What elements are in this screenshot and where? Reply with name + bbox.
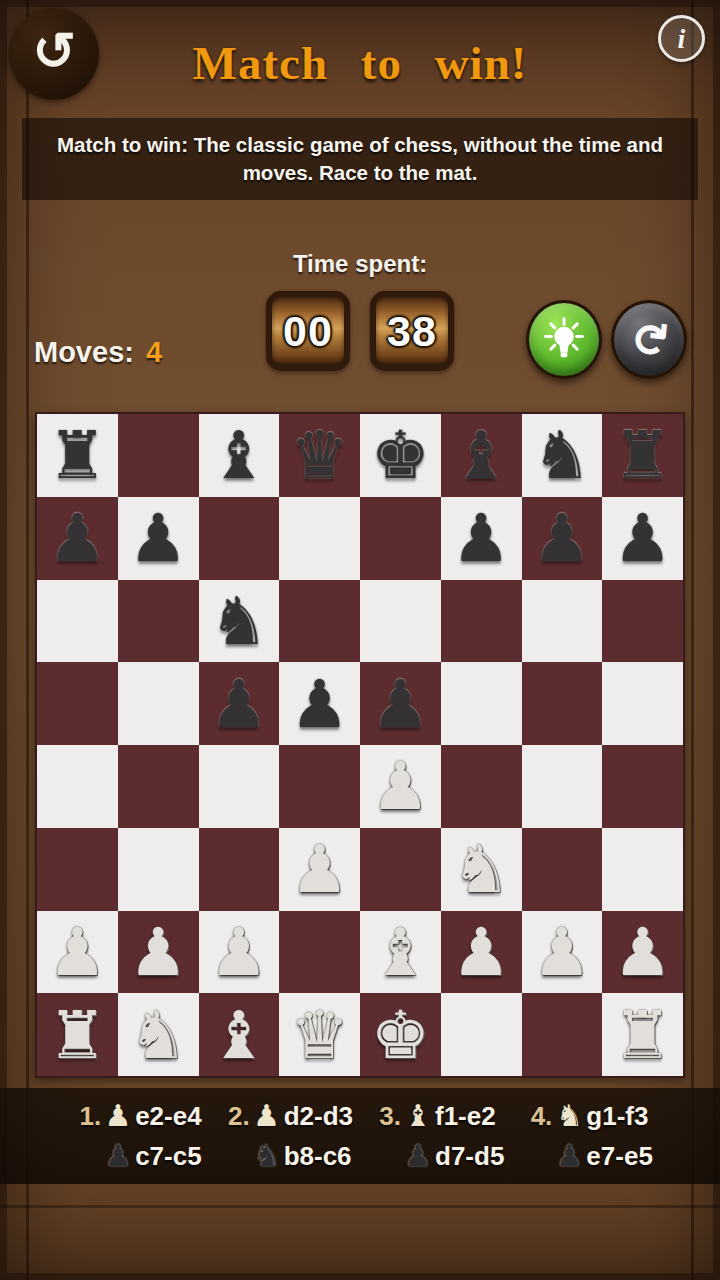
app-screen: ↺ Match to win! i Match to win: The clas… <box>0 0 720 1280</box>
move-pair-1: 1.♟e2-e4♟c7-c5 <box>67 1096 202 1176</box>
seconds-value: 38 <box>387 307 437 356</box>
moves-label: Moves: <box>34 336 134 368</box>
square-c1[interactable]: ♝ <box>199 993 280 1076</box>
black-pawn[interactable]: ♟ <box>129 505 188 571</box>
square-c4[interactable] <box>199 745 280 828</box>
move-number: 2. <box>216 1101 250 1132</box>
square-f6[interactable] <box>441 580 522 663</box>
white-move-row: 1.♟e2-e4 <box>67 1096 202 1136</box>
square-f4[interactable] <box>441 745 522 828</box>
move-pair-2: 2.♟d2-d3♞b8-c6 <box>216 1096 353 1176</box>
black-pawn[interactable]: ♟ <box>48 505 107 571</box>
square-b3[interactable] <box>118 828 199 911</box>
square-d2[interactable] <box>279 911 360 994</box>
square-g7[interactable]: ♟ <box>522 497 603 580</box>
square-f7[interactable]: ♟ <box>441 497 522 580</box>
square-c2[interactable]: ♟ <box>199 911 280 994</box>
white-rook[interactable]: ♜ <box>48 1002 107 1068</box>
white-pawn[interactable]: ♟ <box>613 919 672 985</box>
white-pawn-icon: ♟ <box>250 1101 284 1131</box>
white-bishop[interactable]: ♝ <box>209 1002 268 1068</box>
square-c7[interactable] <box>199 497 280 580</box>
black-knight-icon: ♞ <box>250 1141 284 1171</box>
square-h5[interactable] <box>602 662 683 745</box>
square-h2[interactable]: ♟ <box>602 911 683 994</box>
white-queen[interactable]: ♛ <box>290 1002 349 1068</box>
square-d8[interactable]: ♛ <box>279 414 360 497</box>
white-pawn[interactable]: ♟ <box>532 919 591 985</box>
black-king[interactable]: ♚ <box>371 422 430 488</box>
square-c5[interactable]: ♟ <box>199 662 280 745</box>
white-pawn[interactable]: ♟ <box>452 919 511 985</box>
white-knight[interactable]: ♞ <box>452 836 511 902</box>
white-king[interactable]: ♚ <box>371 1002 430 1068</box>
square-e5[interactable]: ♟ <box>360 662 441 745</box>
square-h6[interactable] <box>602 580 683 663</box>
move-list: 1.♟e2-e4♟c7-c52.♟d2-d3♞b8-c63.♝f1-e2♟d7-… <box>0 1088 720 1184</box>
white-move-text: f1-e2 <box>435 1101 496 1132</box>
black-pawn-icon: ♟ <box>401 1141 435 1171</box>
square-e3[interactable] <box>360 828 441 911</box>
square-a6[interactable] <box>37 580 118 663</box>
white-knight[interactable]: ♞ <box>129 1002 188 1068</box>
square-e8[interactable]: ♚ <box>360 414 441 497</box>
square-e4[interactable]: ♟ <box>360 745 441 828</box>
chess-board-frame: ♜♝♛♚♝♞♜♟♟♟♟♟♞♟♟♟♟♟♞♟♟♟♝♟♟♟♜♞♝♛♚♜ <box>35 412 685 1078</box>
black-pawn[interactable]: ♟ <box>290 671 349 737</box>
black-rook[interactable]: ♜ <box>613 422 672 488</box>
square-d7[interactable] <box>279 497 360 580</box>
black-bishop[interactable]: ♝ <box>209 422 268 488</box>
black-pawn[interactable]: ♟ <box>371 671 430 737</box>
white-rook[interactable]: ♜ <box>613 1002 672 1068</box>
white-pawn[interactable]: ♟ <box>371 753 430 819</box>
black-pawn[interactable]: ♟ <box>532 505 591 571</box>
black-rook[interactable]: ♜ <box>48 422 107 488</box>
square-a7[interactable]: ♟ <box>37 497 118 580</box>
black-move-row: ♟e7-e5 <box>552 1136 653 1176</box>
square-e7[interactable] <box>360 497 441 580</box>
black-move-text: d7-d5 <box>435 1141 504 1172</box>
restart-button[interactable]: ↻ <box>611 300 687 379</box>
white-move-row: 4.♞g1-f3 <box>518 1096 653 1136</box>
white-move-row: 2.♟d2-d3 <box>216 1096 353 1136</box>
black-knight[interactable]: ♞ <box>209 588 268 654</box>
move-number: 4. <box>518 1101 552 1132</box>
white-pawn-icon: ♟ <box>101 1101 135 1131</box>
square-g5[interactable] <box>522 662 603 745</box>
square-a1[interactable]: ♜ <box>37 993 118 1076</box>
white-pawn[interactable]: ♟ <box>129 919 188 985</box>
black-pawn-icon: ♟ <box>101 1141 135 1171</box>
square-b1[interactable]: ♞ <box>118 993 199 1076</box>
square-h8[interactable]: ♜ <box>602 414 683 497</box>
lightbulb-icon <box>541 317 587 363</box>
square-g4[interactable] <box>522 745 603 828</box>
square-a2[interactable]: ♟ <box>37 911 118 994</box>
square-d6[interactable] <box>279 580 360 663</box>
square-b6[interactable] <box>118 580 199 663</box>
square-c8[interactable]: ♝ <box>199 414 280 497</box>
move-number: 3. <box>367 1101 401 1132</box>
square-c3[interactable] <box>199 828 280 911</box>
minutes-counter: 00 <box>266 291 350 371</box>
info-icon: i <box>678 25 686 53</box>
move-number: 1. <box>67 1101 101 1132</box>
square-b5[interactable] <box>118 662 199 745</box>
square-d5[interactable]: ♟ <box>279 662 360 745</box>
chess-board[interactable]: ♜♝♛♚♝♞♜♟♟♟♟♟♞♟♟♟♟♟♞♟♟♟♝♟♟♟♜♞♝♛♚♜ <box>37 414 683 1076</box>
white-move-row: 3.♝f1-e2 <box>367 1096 504 1136</box>
square-g6[interactable] <box>522 580 603 663</box>
square-g1[interactable] <box>522 993 603 1076</box>
page-title: Match to win! <box>105 36 615 90</box>
black-move-row: ♞b8-c6 <box>250 1136 353 1176</box>
black-move-text: e7-e5 <box>586 1141 653 1172</box>
move-pair-3: 3.♝f1-e2♟d7-d5 <box>367 1096 504 1176</box>
black-pawn[interactable]: ♟ <box>613 505 672 571</box>
square-c6[interactable]: ♞ <box>199 580 280 663</box>
square-d4[interactable] <box>279 745 360 828</box>
white-pawn[interactable]: ♟ <box>209 919 268 985</box>
square-g8[interactable]: ♞ <box>522 414 603 497</box>
black-move-text: c7-c5 <box>135 1141 202 1172</box>
square-h1[interactable]: ♜ <box>602 993 683 1076</box>
move-pair-4: 4.♞g1-f3♟e7-e5 <box>518 1096 653 1176</box>
square-h4[interactable] <box>602 745 683 828</box>
wood-seam-bottom <box>0 1205 720 1208</box>
black-pawn[interactable]: ♟ <box>452 505 511 571</box>
square-a5[interactable] <box>37 662 118 745</box>
seconds-counter: 38 <box>370 291 454 371</box>
time-spent-label: Time spent: <box>0 250 720 278</box>
white-pawn[interactable]: ♟ <box>48 919 107 985</box>
hint-button[interactable] <box>526 300 602 379</box>
black-move-row: ♟c7-c5 <box>101 1136 202 1176</box>
square-e1[interactable]: ♚ <box>360 993 441 1076</box>
square-d1[interactable]: ♛ <box>279 993 360 1076</box>
square-f3[interactable]: ♞ <box>441 828 522 911</box>
white-knight-icon: ♞ <box>552 1101 586 1131</box>
info-button[interactable]: i <box>658 15 705 62</box>
square-e6[interactable] <box>360 580 441 663</box>
square-b8[interactable] <box>118 414 199 497</box>
back-arrow-icon: ↺ <box>32 25 76 77</box>
square-g3[interactable] <box>522 828 603 911</box>
black-queen[interactable]: ♛ <box>290 422 349 488</box>
restart-icon: ↻ <box>624 317 674 360</box>
square-e2[interactable]: ♝ <box>360 911 441 994</box>
square-b7[interactable]: ♟ <box>118 497 199 580</box>
black-pawn[interactable]: ♟ <box>209 671 268 737</box>
square-g2[interactable]: ♟ <box>522 911 603 994</box>
black-move-row: ♟d7-d5 <box>401 1136 504 1176</box>
black-pawn-icon: ♟ <box>552 1141 586 1171</box>
moves-count: 4 <box>146 336 162 368</box>
square-f5[interactable] <box>441 662 522 745</box>
square-h7[interactable]: ♟ <box>602 497 683 580</box>
square-a3[interactable] <box>37 828 118 911</box>
black-bishop[interactable]: ♝ <box>452 422 511 488</box>
back-button[interactable]: ↺ <box>9 8 99 100</box>
black-move-text: b8-c6 <box>284 1141 352 1172</box>
square-f2[interactable]: ♟ <box>441 911 522 994</box>
minutes-value: 00 <box>283 307 333 356</box>
black-knight[interactable]: ♞ <box>532 422 591 488</box>
square-f8[interactable]: ♝ <box>441 414 522 497</box>
square-b2[interactable]: ♟ <box>118 911 199 994</box>
square-f1[interactable] <box>441 993 522 1076</box>
square-a8[interactable]: ♜ <box>37 414 118 497</box>
square-h3[interactable] <box>602 828 683 911</box>
square-b4[interactable] <box>118 745 199 828</box>
white-pawn[interactable]: ♟ <box>290 836 349 902</box>
square-a4[interactable] <box>37 745 118 828</box>
white-move-text: d2-d3 <box>284 1101 353 1132</box>
white-move-text: e2-e4 <box>135 1101 202 1132</box>
white-bishop[interactable]: ♝ <box>371 919 430 985</box>
white-move-text: g1-f3 <box>586 1101 648 1132</box>
white-bishop-icon: ♝ <box>401 1101 435 1131</box>
moves-line: Moves:4 <box>34 336 162 369</box>
square-d3[interactable]: ♟ <box>279 828 360 911</box>
game-description: Match to win: The classic game of chess,… <box>22 118 698 200</box>
